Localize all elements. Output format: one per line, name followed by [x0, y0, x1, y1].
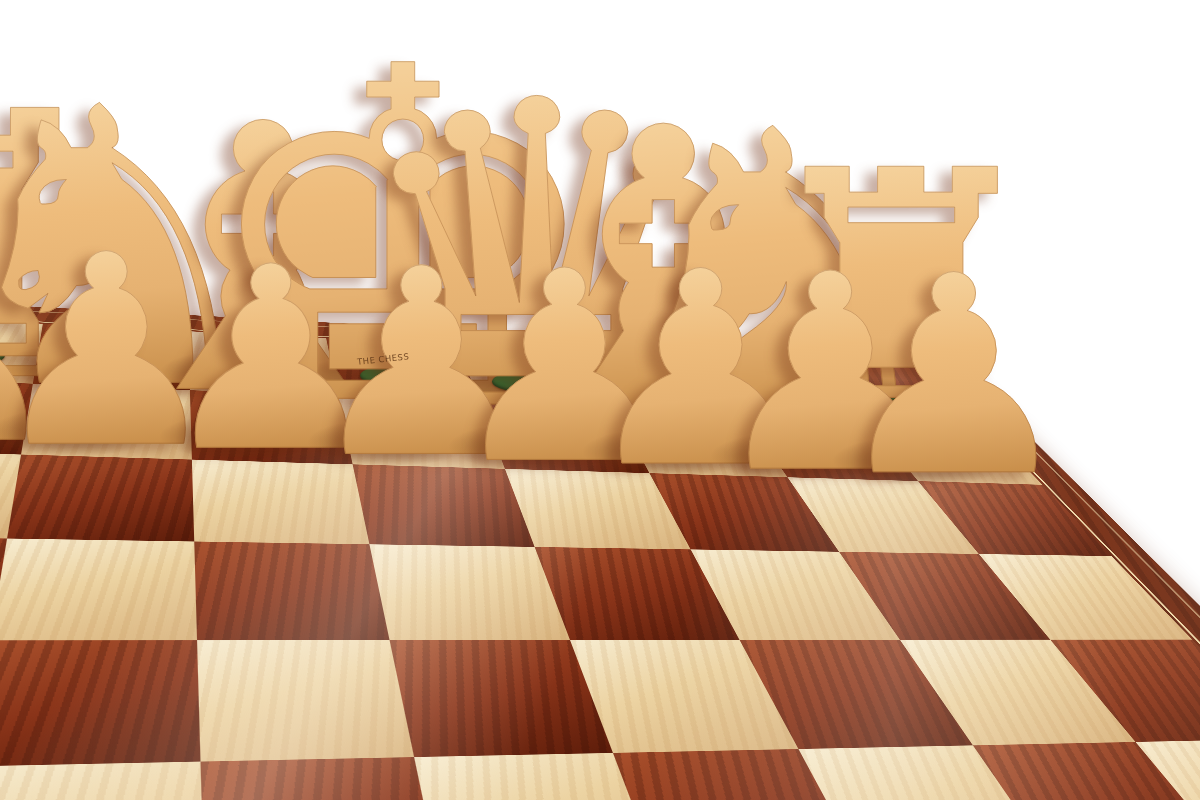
square-f2: [190, 390, 353, 464]
square-g4: [0, 538, 196, 640]
square-g1: [33, 324, 189, 390]
square-f5: [196, 640, 413, 762]
square-e2: [338, 396, 505, 468]
square-f6: [200, 757, 445, 800]
square-g6: [0, 762, 204, 800]
chess-board: [0, 297, 1200, 800]
square-f4: [194, 541, 390, 640]
board-squares: [0, 316, 1200, 800]
square-g5: [0, 640, 200, 766]
square-g2: [21, 384, 191, 460]
square-e1: [326, 338, 480, 402]
square-f3: [191, 459, 369, 544]
photo-stage: ♜♞♝♚♛♝♞♜♟♟♟♟♟♟♟♟ THE CHESS: [0, 0, 1200, 800]
square-f1: [188, 331, 338, 396]
square-g3: [7, 454, 193, 541]
